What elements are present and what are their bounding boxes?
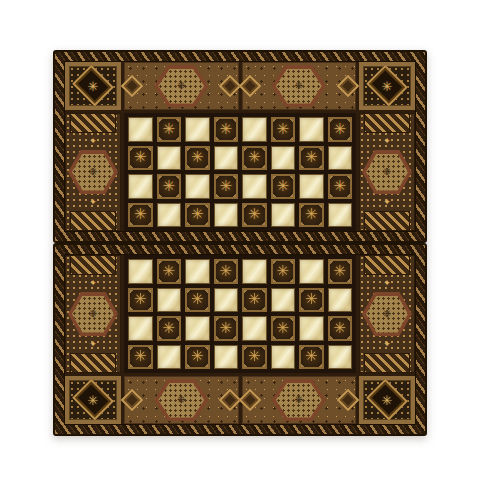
hexagon-medallion-icon: ❉ bbox=[68, 150, 118, 194]
diamond-inlay-icon bbox=[336, 75, 359, 98]
medallion-panel: ❉ bbox=[242, 62, 357, 110]
square-h2[interactable]: ✳ bbox=[328, 316, 353, 341]
floral-star-inlay-icon: ✳ bbox=[333, 179, 346, 194]
hexagon-medallion-icon: ❉ bbox=[272, 379, 326, 421]
floral-star-inlay-icon: ✳ bbox=[191, 150, 204, 165]
hexagon-rosette: ❉ bbox=[158, 383, 204, 418]
square-h8[interactable]: ✳ bbox=[328, 117, 353, 142]
sparkle-inlay-icon: ✦ bbox=[383, 340, 391, 349]
floral-star-inlay-icon: ✳ bbox=[305, 207, 318, 222]
sparkle-inlay-icon: ✦ bbox=[89, 198, 97, 207]
floral-star-inlay-icon: ✳ bbox=[333, 122, 346, 137]
floral-star-inlay-icon: ✳ bbox=[219, 179, 232, 194]
square-e2[interactable] bbox=[242, 316, 267, 341]
floral-star-inlay-icon: ✳ bbox=[248, 207, 261, 222]
floral-star-inlay-icon: ✳ bbox=[191, 207, 204, 222]
square-a6[interactable] bbox=[128, 174, 153, 199]
floral-star-inlay-icon: ✳ bbox=[219, 122, 232, 137]
hexagon-medallion-icon: ❉ bbox=[272, 65, 326, 107]
square-a8[interactable] bbox=[128, 117, 153, 142]
chessboard-upper-half: ✳✳✳✳✳✳✳✳✳✳✳✳✳✳✳✳ bbox=[124, 113, 356, 231]
floral-star-inlay-icon: ✳ bbox=[88, 80, 99, 93]
square-f8[interactable]: ✳ bbox=[271, 117, 296, 142]
square-c8[interactable] bbox=[185, 117, 210, 142]
square-e5[interactable]: ✳ bbox=[242, 203, 267, 228]
hexagon-rosette: ❉ bbox=[72, 296, 114, 333]
square-f1[interactable] bbox=[271, 345, 296, 370]
square-d5[interactable] bbox=[214, 203, 239, 228]
square-c7[interactable]: ✳ bbox=[185, 146, 210, 171]
square-a5[interactable]: ✳ bbox=[128, 203, 153, 228]
hexagon-rosette: ❉ bbox=[276, 69, 322, 104]
product-photo: ✳ ❉ ❉ bbox=[0, 0, 480, 480]
hexagon-rosette: ❉ bbox=[158, 69, 204, 104]
floral-star-inlay-icon: ✳ bbox=[219, 264, 232, 279]
square-d3[interactable] bbox=[214, 288, 239, 313]
corner-mosaic: ✳ bbox=[363, 380, 411, 420]
hexagon-medallion-icon: ❉ bbox=[154, 65, 208, 107]
corner-panel-top-left: ✳ bbox=[65, 62, 121, 110]
hexagon-rosette: ❉ bbox=[72, 154, 114, 191]
sparkle-inlay-icon: ✦ bbox=[383, 279, 391, 288]
corner-mosaic: ✳ bbox=[69, 380, 117, 420]
square-d7[interactable] bbox=[214, 146, 239, 171]
square-c6[interactable] bbox=[185, 174, 210, 199]
square-g4[interactable] bbox=[299, 259, 324, 284]
square-b7[interactable] bbox=[157, 146, 182, 171]
square-h5[interactable] bbox=[328, 203, 353, 228]
square-a2[interactable] bbox=[128, 316, 153, 341]
square-c2[interactable] bbox=[185, 316, 210, 341]
diamond-inlay-icon bbox=[238, 389, 261, 412]
square-g3[interactable]: ✳ bbox=[299, 288, 324, 313]
corner-panel-bottom-left: ✳ bbox=[65, 376, 121, 424]
hexagon-medallion-icon: ❉ bbox=[154, 379, 208, 421]
side-panel-lower-left: ✦ ❉ ✦ bbox=[65, 255, 121, 373]
square-e3[interactable]: ✳ bbox=[242, 288, 267, 313]
corner-mosaic: ✳ bbox=[363, 66, 411, 106]
square-b5[interactable] bbox=[157, 203, 182, 228]
square-g1[interactable]: ✳ bbox=[299, 345, 324, 370]
floral-star-inlay-icon: ✳ bbox=[382, 80, 393, 93]
square-b8[interactable]: ✳ bbox=[157, 117, 182, 142]
square-a7[interactable]: ✳ bbox=[128, 146, 153, 171]
floral-star-inlay-icon: ✳ bbox=[276, 122, 289, 137]
square-d6[interactable]: ✳ bbox=[214, 174, 239, 199]
diamond-inlay-icon bbox=[336, 389, 359, 412]
square-b6[interactable]: ✳ bbox=[157, 174, 182, 199]
hexagon-rosette: ❉ bbox=[276, 383, 322, 418]
square-e7[interactable]: ✳ bbox=[242, 146, 267, 171]
square-b2[interactable]: ✳ bbox=[157, 316, 182, 341]
sparkle-inlay-icon: ✦ bbox=[89, 340, 97, 349]
hexagon-medallion-icon: ❉ bbox=[362, 150, 412, 194]
square-d1[interactable] bbox=[214, 345, 239, 370]
diamond-inlay-icon bbox=[121, 389, 144, 412]
square-g6[interactable] bbox=[299, 174, 324, 199]
square-c3[interactable]: ✳ bbox=[185, 288, 210, 313]
folded-backgammon-chess-board: ✳ ❉ ❉ bbox=[53, 50, 427, 432]
square-h6[interactable]: ✳ bbox=[328, 174, 353, 199]
sparkle-inlay-icon: ✦ bbox=[383, 198, 391, 207]
floral-star-inlay-icon: ✳ bbox=[162, 122, 175, 137]
floral-star-inlay-icon: ✳ bbox=[305, 349, 318, 364]
square-g5[interactable]: ✳ bbox=[299, 203, 324, 228]
square-h7[interactable] bbox=[328, 146, 353, 171]
side-panel-upper-left: ✦ ❉ ✦ bbox=[65, 113, 121, 231]
square-c1[interactable]: ✳ bbox=[185, 345, 210, 370]
square-f6[interactable]: ✳ bbox=[271, 174, 296, 199]
floral-star-inlay-icon: ✳ bbox=[382, 394, 393, 407]
floral-star-inlay-icon: ✳ bbox=[248, 292, 261, 307]
square-b4[interactable]: ✳ bbox=[157, 259, 182, 284]
diamond-inlay-icon bbox=[238, 75, 261, 98]
square-h1[interactable] bbox=[328, 345, 353, 370]
hexagon-medallion-icon: ❉ bbox=[362, 292, 412, 336]
floral-star-inlay-icon: ✳ bbox=[276, 264, 289, 279]
sparkle-inlay-icon: ✦ bbox=[89, 137, 97, 146]
square-e4[interactable] bbox=[242, 259, 267, 284]
sparkle-inlay-icon: ✦ bbox=[383, 137, 391, 146]
medallion-panel: ❉ bbox=[124, 376, 239, 424]
square-f5[interactable] bbox=[271, 203, 296, 228]
square-b1[interactable] bbox=[157, 345, 182, 370]
top-medallion-band: ❉ ❉ bbox=[124, 62, 356, 110]
floral-star-inlay-icon: ✳ bbox=[134, 207, 147, 222]
chevron-inlay bbox=[364, 353, 410, 373]
floral-star-inlay-icon: ✳ bbox=[134, 292, 147, 307]
square-c5[interactable]: ✳ bbox=[185, 203, 210, 228]
square-c4[interactable] bbox=[185, 259, 210, 284]
square-a1[interactable]: ✳ bbox=[128, 345, 153, 370]
square-f3[interactable] bbox=[271, 288, 296, 313]
bottom-medallion-band: ❉ ❉ bbox=[124, 376, 356, 424]
square-d8[interactable]: ✳ bbox=[214, 117, 239, 142]
floral-star-inlay-icon: ✳ bbox=[162, 264, 175, 279]
chevron-inlay bbox=[70, 255, 116, 275]
chevron-inlay bbox=[364, 255, 410, 275]
floral-star-inlay-icon: ✳ bbox=[162, 179, 175, 194]
square-e1[interactable]: ✳ bbox=[242, 345, 267, 370]
square-f4[interactable]: ✳ bbox=[271, 259, 296, 284]
floral-star-inlay-icon: ✳ bbox=[134, 150, 147, 165]
floral-star-inlay-icon: ✳ bbox=[162, 321, 175, 336]
chevron-inlay bbox=[70, 211, 116, 231]
square-a4[interactable] bbox=[128, 259, 153, 284]
floral-star-inlay-icon: ✳ bbox=[276, 321, 289, 336]
floral-star-inlay-icon: ✳ bbox=[248, 150, 261, 165]
chessboard-lower-half: ✳✳✳✳✳✳✳✳✳✳✳✳✳✳✳✳ bbox=[124, 255, 356, 373]
corner-panel-top-right: ✳ bbox=[359, 62, 415, 110]
floral-star-inlay-icon: ✳ bbox=[191, 292, 204, 307]
floral-star-inlay-icon: ✳ bbox=[191, 349, 204, 364]
board-top-leaf: ✳ ❉ ❉ bbox=[53, 50, 427, 243]
floral-star-inlay-icon: ✳ bbox=[219, 321, 232, 336]
square-g8[interactable] bbox=[299, 117, 324, 142]
medallion-panel: ❉ bbox=[124, 62, 239, 110]
floral-star-inlay-icon: ✳ bbox=[305, 292, 318, 307]
floral-star-inlay-icon: ✳ bbox=[248, 349, 261, 364]
hexagon-rosette: ❉ bbox=[366, 296, 408, 333]
sparkle-inlay-icon: ✦ bbox=[89, 279, 97, 288]
chevron-inlay bbox=[70, 113, 116, 133]
chevron-inlay bbox=[364, 113, 410, 133]
square-h3[interactable] bbox=[328, 288, 353, 313]
square-e6[interactable] bbox=[242, 174, 267, 199]
corner-panel-bottom-right: ✳ bbox=[359, 376, 415, 424]
floral-star-inlay-icon: ✳ bbox=[305, 150, 318, 165]
floral-star-inlay-icon: ✳ bbox=[276, 179, 289, 194]
square-g7[interactable]: ✳ bbox=[299, 146, 324, 171]
square-d2[interactable]: ✳ bbox=[214, 316, 239, 341]
square-d4[interactable]: ✳ bbox=[214, 259, 239, 284]
chevron-inlay bbox=[364, 211, 410, 231]
floral-star-inlay-icon: ✳ bbox=[333, 321, 346, 336]
chevron-inlay bbox=[70, 353, 116, 373]
corner-mosaic: ✳ bbox=[69, 66, 117, 106]
square-e8[interactable] bbox=[242, 117, 267, 142]
board-bottom-leaf: ✦ ❉ ✦ ✳✳✳✳✳✳✳✳✳✳✳✳✳✳✳✳ ✦ ❉ ✦ bbox=[53, 243, 427, 436]
side-panel-upper-right: ✦ ❉ ✦ bbox=[359, 113, 415, 231]
diamond-inlay-icon bbox=[121, 75, 144, 98]
square-f7[interactable] bbox=[271, 146, 296, 171]
hexagon-rosette: ❉ bbox=[366, 154, 408, 191]
floral-star-inlay-icon: ✳ bbox=[88, 394, 99, 407]
side-panel-lower-right: ✦ ❉ ✦ bbox=[359, 255, 415, 373]
hexagon-medallion-icon: ❉ bbox=[68, 292, 118, 336]
square-g2[interactable] bbox=[299, 316, 324, 341]
square-a3[interactable]: ✳ bbox=[128, 288, 153, 313]
square-b3[interactable] bbox=[157, 288, 182, 313]
floral-star-inlay-icon: ✳ bbox=[333, 264, 346, 279]
square-h4[interactable]: ✳ bbox=[328, 259, 353, 284]
square-f2[interactable]: ✳ bbox=[271, 316, 296, 341]
floral-star-inlay-icon: ✳ bbox=[134, 349, 147, 364]
medallion-panel: ❉ bbox=[242, 376, 357, 424]
